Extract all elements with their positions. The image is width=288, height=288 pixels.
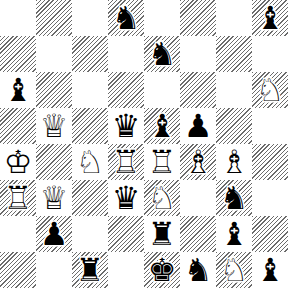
outline-glyph: ♘	[72, 144, 108, 180]
body-black-glyph: ♟	[36, 216, 72, 252]
square-e8[interactable]	[144, 0, 180, 36]
piece-black-bishop[interactable]: ♝♝	[216, 216, 252, 252]
outline-glyph: ♘	[252, 72, 288, 108]
square-a3[interactable]: ♜♜♖	[0, 180, 36, 216]
body-black-glyph: ♞	[180, 252, 216, 288]
square-e5[interactable]: ♝♝	[144, 108, 180, 144]
outline-glyph: ♕	[36, 180, 72, 216]
square-g6[interactable]	[216, 72, 252, 108]
square-a6[interactable]: ♝♝	[0, 72, 36, 108]
square-c8[interactable]	[72, 0, 108, 36]
square-c4[interactable]: ♞♞♘	[72, 144, 108, 180]
square-f1[interactable]: ♞♞	[180, 252, 216, 288]
piece-black-knight[interactable]: ♞♞	[180, 252, 216, 288]
outline-glyph: ♖	[0, 180, 36, 216]
square-d7[interactable]	[108, 36, 144, 72]
square-b8[interactable]	[36, 0, 72, 36]
body-black-glyph: ♟	[180, 108, 216, 144]
outline-glyph: ♗	[180, 144, 216, 180]
square-e4[interactable]: ♜♜♖	[144, 144, 180, 180]
outline-glyph: ♔	[0, 144, 36, 180]
piece-white-knight[interactable]: ♞♞♘	[72, 144, 108, 180]
piece-white-knight[interactable]: ♞♞♘	[252, 72, 288, 108]
square-e7[interactable]: ♞♞	[144, 36, 180, 72]
square-f8[interactable]	[180, 0, 216, 36]
piece-white-knight[interactable]: ♞♞♘	[144, 180, 180, 216]
body-black-glyph: ♝	[252, 0, 288, 36]
body-black-glyph: ♝	[252, 252, 288, 288]
outline-glyph: ♘	[144, 180, 180, 216]
piece-black-bishop[interactable]: ♝♝	[252, 0, 288, 36]
square-f2[interactable]	[180, 216, 216, 252]
chess-board: ♞♞♝♝♞♞♝♝♞♞♘♛♛♕♛♛♝♝♟♟♚♚♔♞♞♘♜♜♖♜♜♖♝♝♗♝♝♗♜♜…	[0, 0, 288, 288]
square-d4[interactable]: ♜♜♖	[108, 144, 144, 180]
square-g4[interactable]: ♝♝♗	[216, 144, 252, 180]
square-b1[interactable]	[36, 252, 72, 288]
piece-white-king[interactable]: ♚♚♔	[0, 144, 36, 180]
square-f5[interactable]: ♟♟	[180, 108, 216, 144]
square-f3[interactable]	[180, 180, 216, 216]
piece-black-pawn[interactable]: ♟♟	[36, 216, 72, 252]
square-g1[interactable]: ♞♞♘	[216, 252, 252, 288]
square-f6[interactable]	[180, 72, 216, 108]
piece-black-bishop[interactable]: ♝♝	[0, 72, 36, 108]
square-d3[interactable]: ♛♛	[108, 180, 144, 216]
square-c3[interactable]	[72, 180, 108, 216]
piece-black-king[interactable]: ♚♚	[144, 252, 180, 288]
square-g3[interactable]: ♞♞	[216, 180, 252, 216]
piece-black-knight[interactable]: ♞♞	[108, 0, 144, 36]
body-black-glyph: ♜	[144, 216, 180, 252]
square-a1[interactable]	[0, 252, 36, 288]
piece-white-queen[interactable]: ♛♛♕	[36, 180, 72, 216]
square-b5[interactable]: ♛♛♕	[36, 108, 72, 144]
piece-white-rook[interactable]: ♜♜♖	[108, 144, 144, 180]
square-f7[interactable]	[180, 36, 216, 72]
piece-white-rook[interactable]: ♜♜♖	[0, 180, 36, 216]
outline-glyph: ♖	[108, 144, 144, 180]
square-h6[interactable]: ♞♞♘	[252, 72, 288, 108]
piece-black-bishop[interactable]: ♝♝	[144, 108, 180, 144]
piece-white-bishop[interactable]: ♝♝♗	[216, 144, 252, 180]
body-black-glyph: ♝	[216, 216, 252, 252]
square-h2[interactable]	[252, 216, 288, 252]
body-black-glyph: ♞	[144, 36, 180, 72]
piece-black-rook[interactable]: ♜♜	[144, 216, 180, 252]
square-e2[interactable]: ♜♜	[144, 216, 180, 252]
piece-black-knight[interactable]: ♞♞	[216, 180, 252, 216]
piece-black-pawn[interactable]: ♟♟	[180, 108, 216, 144]
square-d8[interactable]: ♞♞	[108, 0, 144, 36]
square-f4[interactable]: ♝♝♗	[180, 144, 216, 180]
square-b6[interactable]	[36, 72, 72, 108]
square-h3[interactable]	[252, 180, 288, 216]
body-black-glyph: ♞	[216, 180, 252, 216]
square-e3[interactable]: ♞♞♘	[144, 180, 180, 216]
square-a5[interactable]	[0, 108, 36, 144]
piece-black-queen[interactable]: ♛♛	[108, 180, 144, 216]
outline-glyph: ♘	[216, 252, 252, 288]
square-b3[interactable]: ♛♛♕	[36, 180, 72, 216]
square-h1[interactable]: ♝♝	[252, 252, 288, 288]
square-g8[interactable]	[216, 0, 252, 36]
square-c2[interactable]	[72, 216, 108, 252]
piece-black-bishop[interactable]: ♝♝	[252, 252, 288, 288]
square-e1[interactable]: ♚♚	[144, 252, 180, 288]
square-h5[interactable]	[252, 108, 288, 144]
piece-black-rook[interactable]: ♜♜	[72, 252, 108, 288]
outline-glyph: ♗	[216, 144, 252, 180]
square-c5[interactable]	[72, 108, 108, 144]
body-black-glyph: ♛	[108, 180, 144, 216]
piece-white-knight[interactable]: ♞♞♘	[216, 252, 252, 288]
square-d1[interactable]	[108, 252, 144, 288]
outline-glyph: ♖	[144, 144, 180, 180]
square-c7[interactable]	[72, 36, 108, 72]
square-a4[interactable]: ♚♚♔	[0, 144, 36, 180]
square-e6[interactable]	[144, 72, 180, 108]
square-h7[interactable]	[252, 36, 288, 72]
square-d2[interactable]	[108, 216, 144, 252]
body-black-glyph: ♝	[144, 108, 180, 144]
square-b4[interactable]	[36, 144, 72, 180]
piece-white-rook[interactable]: ♜♜♖	[144, 144, 180, 180]
body-black-glyph: ♜	[72, 252, 108, 288]
square-g5[interactable]	[216, 108, 252, 144]
square-b7[interactable]	[36, 36, 72, 72]
body-black-glyph: ♝	[0, 72, 36, 108]
square-g7[interactable]	[216, 36, 252, 72]
square-a2[interactable]	[0, 216, 36, 252]
piece-black-queen[interactable]: ♛♛	[108, 108, 144, 144]
piece-white-bishop[interactable]: ♝♝♗	[180, 144, 216, 180]
piece-black-knight[interactable]: ♞♞	[144, 36, 180, 72]
body-black-glyph: ♚	[144, 252, 180, 288]
square-g2[interactable]: ♝♝	[216, 216, 252, 252]
square-b2[interactable]: ♟♟	[36, 216, 72, 252]
square-c6[interactable]	[72, 72, 108, 108]
square-a8[interactable]	[0, 0, 36, 36]
square-d6[interactable]	[108, 72, 144, 108]
body-black-glyph: ♞	[108, 0, 144, 36]
square-h4[interactable]	[252, 144, 288, 180]
square-h8[interactable]: ♝♝	[252, 0, 288, 36]
outline-glyph: ♕	[36, 108, 72, 144]
body-black-glyph: ♛	[108, 108, 144, 144]
square-d5[interactable]: ♛♛	[108, 108, 144, 144]
square-a7[interactable]	[0, 36, 36, 72]
square-c1[interactable]: ♜♜	[72, 252, 108, 288]
piece-white-queen[interactable]: ♛♛♕	[36, 108, 72, 144]
